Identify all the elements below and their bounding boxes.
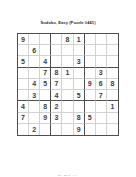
cell-r1c5: 8 [62, 34, 73, 45]
footer-link[interactable]: www.PrintMySudoku.com [51, 176, 85, 177]
cell-r2c9 [107, 45, 118, 56]
cell-r9c3 [40, 124, 51, 135]
cell-r1c3 [40, 34, 51, 45]
cell-r8c1: 7 [18, 113, 29, 124]
cell-r7c2 [29, 101, 40, 112]
cell-r5c4: 7 [51, 79, 62, 90]
cell-r3c2 [29, 56, 40, 67]
cell-r7c3: 8 [40, 101, 51, 112]
cell-r2c6 [74, 45, 85, 56]
cell-r8c7: 5 [85, 113, 96, 124]
cell-r9c9 [107, 124, 118, 135]
cell-r4c6 [74, 68, 85, 79]
cell-r4c8: 3 [96, 68, 107, 79]
cell-r7c7 [85, 101, 96, 112]
cell-r9c2: 2 [29, 124, 40, 135]
cell-r5c3: 5 [40, 79, 51, 90]
cell-r3c1: 5 [18, 56, 29, 67]
cell-r1c2 [29, 34, 40, 45]
cell-r7c9: 1 [107, 101, 118, 112]
cell-r4c2 [29, 68, 40, 79]
cell-r2c5 [62, 45, 73, 56]
cell-r8c9 [107, 113, 118, 124]
footer: www.PrintMySudoku.com [0, 165, 136, 171]
cell-r6c9 [107, 90, 118, 101]
cell-r2c8 [96, 45, 107, 56]
cell-r4c3: 7 [40, 68, 51, 79]
cell-r4c9 [107, 68, 118, 79]
cell-r8c3: 9 [40, 113, 51, 124]
cell-r6c1 [18, 90, 29, 101]
cell-r3c8 [96, 56, 107, 67]
cell-r3c9 [107, 56, 118, 67]
cell-r7c6 [74, 101, 85, 112]
cell-r8c6: 8 [74, 113, 85, 124]
cell-r1c8 [96, 34, 107, 45]
cell-r9c5 [62, 124, 73, 135]
cell-r8c8 [96, 113, 107, 124]
cell-r2c7 [85, 45, 96, 56]
cell-r1c7 [85, 34, 96, 45]
cell-r6c8: 7 [96, 90, 107, 101]
cell-r3c3: 4 [40, 56, 51, 67]
cell-r9c6: 9 [74, 124, 85, 135]
cell-r9c1 [18, 124, 29, 135]
cell-r8c5 [62, 113, 73, 124]
cell-r2c2: 6 [29, 45, 40, 56]
cell-r1c1: 9 [18, 34, 29, 45]
cell-r5c5 [62, 79, 73, 90]
cell-r6c2: 3 [29, 90, 40, 101]
cell-r6c4: 4 [51, 90, 62, 101]
cell-r8c4: 3 [51, 113, 62, 124]
page-title: Sudoku, Easy (Puzzle #441) [0, 11, 136, 21]
cell-r9c7 [85, 124, 96, 135]
cell-r6c6: 5 [74, 90, 85, 101]
cell-r8c2 [29, 113, 40, 124]
cell-r9c8 [96, 124, 107, 135]
cell-r5c2: 4 [29, 79, 40, 90]
cell-r1c4 [51, 34, 62, 45]
cell-r3c4 [51, 56, 62, 67]
cell-r5c9: 8 [107, 79, 118, 90]
sudoku-board: 98165437813457968345748217938529 [17, 33, 119, 136]
cell-r5c7: 9 [85, 79, 96, 90]
cell-r6c5 [62, 90, 73, 101]
page-title-text: Sudoku, Easy (Puzzle #441) [40, 20, 95, 25]
cell-r2c4 [51, 45, 62, 56]
cell-r2c1 [18, 45, 29, 56]
cell-r6c3 [40, 90, 51, 101]
cell-r6c7 [85, 90, 96, 101]
cell-r5c8: 6 [96, 79, 107, 90]
cell-r4c7 [85, 68, 96, 79]
cell-r3c7 [85, 56, 96, 67]
cell-r3c6: 3 [74, 56, 85, 67]
cell-r5c1 [18, 79, 29, 90]
cell-r1c9 [107, 34, 118, 45]
cell-r7c5 [62, 101, 73, 112]
cell-r7c1: 4 [18, 101, 29, 112]
cell-r7c8 [96, 101, 107, 112]
cell-r4c5: 1 [62, 68, 73, 79]
cell-r4c4: 8 [51, 68, 62, 79]
cell-r7c4: 2 [51, 101, 62, 112]
cell-r3c5 [62, 56, 73, 67]
cell-r5c6 [74, 79, 85, 90]
cell-r2c3 [40, 45, 51, 56]
cell-r1c6: 1 [74, 34, 85, 45]
cell-r4c1 [18, 68, 29, 79]
cell-r9c4 [51, 124, 62, 135]
